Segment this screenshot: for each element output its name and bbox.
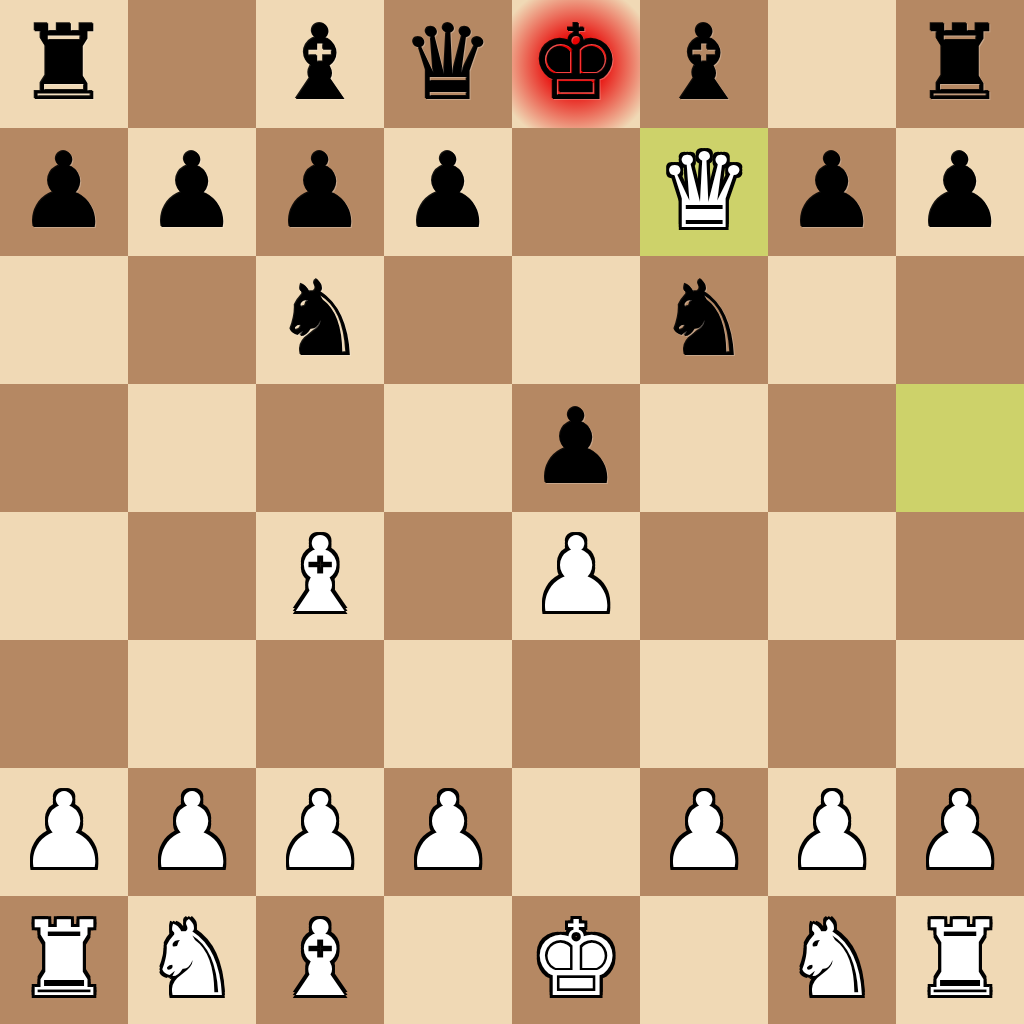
square-e7[interactable] xyxy=(512,128,640,256)
square-g4[interactable] xyxy=(768,512,896,640)
square-c2[interactable]: ♟ xyxy=(256,768,384,896)
piece-white-knight-g1[interactable]: ♞ xyxy=(768,896,896,1024)
square-c4[interactable]: ♝ xyxy=(256,512,384,640)
square-a3[interactable] xyxy=(0,640,128,768)
square-a2[interactable]: ♟ xyxy=(0,768,128,896)
square-g2[interactable]: ♟ xyxy=(768,768,896,896)
square-g7[interactable]: ♟ xyxy=(768,128,896,256)
piece-black-pawn-e5[interactable]: ♟ xyxy=(512,384,640,512)
square-g1[interactable]: ♞ xyxy=(768,896,896,1024)
square-g3[interactable] xyxy=(768,640,896,768)
square-a4[interactable] xyxy=(0,512,128,640)
square-b6[interactable] xyxy=(128,256,256,384)
square-a6[interactable] xyxy=(0,256,128,384)
piece-black-rook-a8[interactable]: ♜ xyxy=(0,0,128,128)
square-c8[interactable]: ♝ xyxy=(256,0,384,128)
square-b8[interactable] xyxy=(128,0,256,128)
piece-black-pawn-d7[interactable]: ♟ xyxy=(384,128,512,256)
square-f7[interactable]: ♛ xyxy=(640,128,768,256)
piece-black-knight-c6[interactable]: ♞ xyxy=(256,256,384,384)
square-e6[interactable] xyxy=(512,256,640,384)
piece-white-king-e1[interactable]: ♚ xyxy=(512,896,640,1024)
square-b1[interactable]: ♞ xyxy=(128,896,256,1024)
square-c6[interactable]: ♞ xyxy=(256,256,384,384)
square-a1[interactable]: ♜ xyxy=(0,896,128,1024)
piece-white-pawn-d2[interactable]: ♟ xyxy=(384,768,512,896)
piece-white-pawn-g2[interactable]: ♟ xyxy=(768,768,896,896)
square-d4[interactable] xyxy=(384,512,512,640)
piece-white-knight-b1[interactable]: ♞ xyxy=(128,896,256,1024)
square-c5[interactable] xyxy=(256,384,384,512)
piece-white-pawn-h2[interactable]: ♟ xyxy=(896,768,1024,896)
piece-white-pawn-f2[interactable]: ♟ xyxy=(640,768,768,896)
square-e2[interactable] xyxy=(512,768,640,896)
square-h4[interactable] xyxy=(896,512,1024,640)
piece-black-pawn-b7[interactable]: ♟ xyxy=(128,128,256,256)
square-f4[interactable] xyxy=(640,512,768,640)
piece-white-pawn-b2[interactable]: ♟ xyxy=(128,768,256,896)
piece-white-bishop-c1[interactable]: ♝ xyxy=(256,896,384,1024)
square-h1[interactable]: ♜ xyxy=(896,896,1024,1024)
square-g8[interactable] xyxy=(768,0,896,128)
square-b7[interactable]: ♟ xyxy=(128,128,256,256)
square-e5[interactable]: ♟ xyxy=(512,384,640,512)
square-e8[interactable]: ♚ xyxy=(512,0,640,128)
square-h5[interactable] xyxy=(896,384,1024,512)
piece-white-rook-a1[interactable]: ♜ xyxy=(0,896,128,1024)
piece-black-king-e8[interactable]: ♚ xyxy=(512,0,640,128)
square-g5[interactable] xyxy=(768,384,896,512)
square-f1[interactable] xyxy=(640,896,768,1024)
square-d3[interactable] xyxy=(384,640,512,768)
piece-black-queen-d8[interactable]: ♛ xyxy=(384,0,512,128)
square-b5[interactable] xyxy=(128,384,256,512)
square-e1[interactable]: ♚ xyxy=(512,896,640,1024)
piece-white-queen-f7[interactable]: ♛ xyxy=(640,128,768,256)
square-g6[interactable] xyxy=(768,256,896,384)
piece-black-pawn-a7[interactable]: ♟ xyxy=(0,128,128,256)
square-d1[interactable] xyxy=(384,896,512,1024)
square-f2[interactable]: ♟ xyxy=(640,768,768,896)
square-d6[interactable] xyxy=(384,256,512,384)
square-b4[interactable] xyxy=(128,512,256,640)
square-f5[interactable] xyxy=(640,384,768,512)
square-f8[interactable]: ♝ xyxy=(640,0,768,128)
piece-black-rook-h8[interactable]: ♜ xyxy=(896,0,1024,128)
square-c7[interactable]: ♟ xyxy=(256,128,384,256)
piece-white-bishop-c4[interactable]: ♝ xyxy=(256,512,384,640)
piece-black-knight-f6[interactable]: ♞ xyxy=(640,256,768,384)
square-e4[interactable]: ♟ xyxy=(512,512,640,640)
square-h2[interactable]: ♟ xyxy=(896,768,1024,896)
chess-board: ♜♝♛♚♝♜♟♟♟♟♛♟♟♞♞♟♝♟♟♟♟♟♟♟♟♜♞♝♚♞♜ xyxy=(0,0,1024,1024)
square-h6[interactable] xyxy=(896,256,1024,384)
piece-black-pawn-h7[interactable]: ♟ xyxy=(896,128,1024,256)
square-b2[interactable]: ♟ xyxy=(128,768,256,896)
square-h8[interactable]: ♜ xyxy=(896,0,1024,128)
piece-white-pawn-a2[interactable]: ♟ xyxy=(0,768,128,896)
square-c3[interactable] xyxy=(256,640,384,768)
square-b3[interactable] xyxy=(128,640,256,768)
square-d8[interactable]: ♛ xyxy=(384,0,512,128)
square-d7[interactable]: ♟ xyxy=(384,128,512,256)
piece-white-pawn-c2[interactable]: ♟ xyxy=(256,768,384,896)
piece-white-pawn-e4[interactable]: ♟ xyxy=(512,512,640,640)
square-d5[interactable] xyxy=(384,384,512,512)
square-d2[interactable]: ♟ xyxy=(384,768,512,896)
piece-black-pawn-g7[interactable]: ♟ xyxy=(768,128,896,256)
piece-black-pawn-c7[interactable]: ♟ xyxy=(256,128,384,256)
square-h7[interactable]: ♟ xyxy=(896,128,1024,256)
piece-black-bishop-c8[interactable]: ♝ xyxy=(256,0,384,128)
square-e3[interactable] xyxy=(512,640,640,768)
piece-black-bishop-f8[interactable]: ♝ xyxy=(640,0,768,128)
square-f6[interactable]: ♞ xyxy=(640,256,768,384)
square-f3[interactable] xyxy=(640,640,768,768)
piece-white-rook-h1[interactable]: ♜ xyxy=(896,896,1024,1024)
square-a8[interactable]: ♜ xyxy=(0,0,128,128)
square-h3[interactable] xyxy=(896,640,1024,768)
square-c1[interactable]: ♝ xyxy=(256,896,384,1024)
square-a7[interactable]: ♟ xyxy=(0,128,128,256)
square-a5[interactable] xyxy=(0,384,128,512)
